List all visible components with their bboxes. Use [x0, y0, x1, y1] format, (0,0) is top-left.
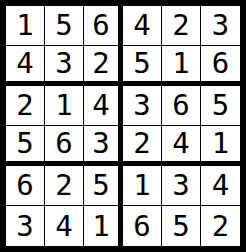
cell-r4c2[interactable]: 6: [45, 126, 84, 166]
cell-r5c5[interactable]: 3: [162, 166, 201, 206]
cell-r1c1[interactable]: 1: [6, 6, 45, 46]
cell-r5c2[interactable]: 2: [45, 166, 84, 206]
cell-r1c4[interactable]: 4: [123, 6, 162, 46]
cell-r4c3[interactable]: 3: [84, 126, 123, 166]
cell-r5c1[interactable]: 6: [6, 166, 45, 206]
cell-r6c1[interactable]: 3: [6, 206, 45, 246]
cell-r6c6[interactable]: 2: [201, 206, 240, 246]
cell-r2c4[interactable]: 5: [123, 46, 162, 86]
cell-r3c4[interactable]: 3: [123, 86, 162, 126]
cell-r1c6[interactable]: 3: [201, 6, 240, 46]
sudoku-board: 156423432516214365563241625134341652: [0, 0, 246, 252]
cell-r3c3[interactable]: 4: [84, 86, 123, 126]
sudoku-puzzle: 156423432516214365563241625134341652: [0, 0, 246, 252]
cell-r2c2[interactable]: 3: [45, 46, 84, 86]
cell-r3c6[interactable]: 5: [201, 86, 240, 126]
cell-r1c2[interactable]: 5: [45, 6, 84, 46]
cell-r3c2[interactable]: 1: [45, 86, 84, 126]
cell-r5c3[interactable]: 5: [84, 166, 123, 206]
cell-r6c5[interactable]: 5: [162, 206, 201, 246]
cell-r6c3[interactable]: 1: [84, 206, 123, 246]
cell-r2c5[interactable]: 1: [162, 46, 201, 86]
cell-r4c4[interactable]: 2: [123, 126, 162, 166]
cell-r4c1[interactable]: 5: [6, 126, 45, 166]
cell-r2c1[interactable]: 4: [6, 46, 45, 86]
cell-r4c6[interactable]: 1: [201, 126, 240, 166]
cell-r5c4[interactable]: 1: [123, 166, 162, 206]
cell-r6c2[interactable]: 4: [45, 206, 84, 246]
cell-r2c6[interactable]: 6: [201, 46, 240, 86]
cell-r6c4[interactable]: 6: [123, 206, 162, 246]
cell-r1c5[interactable]: 2: [162, 6, 201, 46]
cell-r2c3[interactable]: 2: [84, 46, 123, 86]
cell-r3c1[interactable]: 2: [6, 86, 45, 126]
cell-r3c5[interactable]: 6: [162, 86, 201, 126]
cell-r4c5[interactable]: 4: [162, 126, 201, 166]
cell-r1c3[interactable]: 6: [84, 6, 123, 46]
cell-r5c6[interactable]: 4: [201, 166, 240, 206]
